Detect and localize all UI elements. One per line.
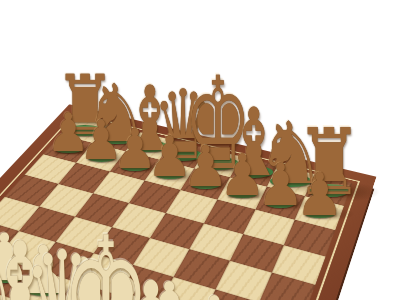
chess-set-photo: ♜♞♝♟♛♟♚♟♝♟♞♟♜♟♟♟♟♟♟♜♟♞♟♝♟♛♟♚♟♝♞♜ — [0, 0, 400, 300]
chess-board — [0, 104, 377, 300]
